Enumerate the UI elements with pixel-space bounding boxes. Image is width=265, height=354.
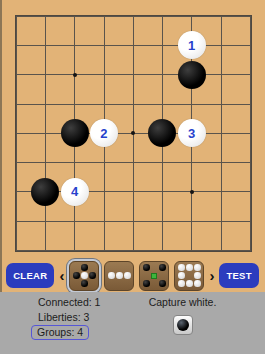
intersection[interactable] (89, 1, 118, 30)
intersection[interactable] (148, 60, 177, 89)
test-button[interactable]: TEST (219, 263, 258, 288)
intersection[interactable] (31, 1, 60, 30)
intersection[interactable] (118, 177, 147, 206)
white-stone-icon (194, 272, 201, 279)
intersection[interactable] (60, 89, 89, 118)
white-stone-icon (194, 264, 201, 271)
intersection[interactable] (177, 177, 206, 206)
intersection[interactable] (31, 118, 60, 147)
white-stone-1[interactable]: 1 (178, 31, 206, 59)
white-stone-icon (81, 272, 88, 279)
intersection[interactable]: 2 (89, 118, 118, 147)
intersection[interactable] (118, 1, 147, 30)
white-stone-icon (124, 272, 131, 279)
black-stone-icon (143, 280, 150, 287)
black-stone[interactable] (178, 61, 206, 89)
preset-white-ring[interactable] (174, 261, 204, 291)
intersection[interactable] (31, 89, 60, 118)
preset-white-surrounded-by-black[interactable] (69, 261, 99, 291)
intersection[interactable] (148, 177, 177, 206)
clear-button[interactable]: CLEAR (6, 263, 54, 288)
intersection[interactable] (148, 206, 177, 235)
intersection[interactable] (60, 31, 89, 60)
white-stone-2[interactable]: 2 (90, 119, 118, 147)
intersection[interactable] (118, 148, 147, 177)
intersection[interactable] (235, 177, 264, 206)
white-stone-icon (186, 264, 193, 271)
intersection[interactable] (60, 60, 89, 89)
intersection[interactable]: 3 (177, 118, 206, 147)
intersection[interactable] (31, 31, 60, 60)
intersection[interactable] (235, 148, 264, 177)
intersection[interactable] (118, 89, 147, 118)
intersection[interactable] (206, 31, 235, 60)
app-screen: 1234 CLEAR ‹ › TEST Connected: 1 Liberti… (0, 0, 265, 354)
black-stone-icon (143, 264, 150, 271)
white-stone-icon (116, 272, 123, 279)
highlight-square-icon (151, 273, 157, 279)
intersection[interactable]: 1 (177, 31, 206, 60)
black-stone-icon (159, 264, 166, 271)
intersection[interactable] (177, 206, 206, 235)
intersection[interactable] (1, 118, 30, 147)
intersection[interactable] (118, 60, 147, 89)
preset-three-white-in-a-row[interactable] (104, 261, 134, 291)
intersection[interactable] (206, 206, 235, 235)
intersection[interactable] (206, 60, 235, 89)
board-intersections: 1234 (1, 1, 264, 264)
intersection[interactable] (89, 148, 118, 177)
intersection[interactable] (118, 118, 147, 147)
instruction-text: Capture white. (140, 296, 225, 308)
white-stone-icon (108, 272, 115, 279)
intersection[interactable] (89, 177, 118, 206)
intersection[interactable] (89, 206, 118, 235)
intersection[interactable] (235, 89, 264, 118)
intersection[interactable] (1, 206, 30, 235)
black-stone[interactable] (31, 178, 59, 206)
white-stone-4[interactable]: 4 (61, 178, 89, 206)
groups-stat: Groups: 4 (31, 325, 89, 340)
intersection[interactable] (177, 1, 206, 30)
intersection[interactable] (206, 177, 235, 206)
intersection[interactable] (1, 31, 30, 60)
intersection[interactable] (89, 31, 118, 60)
white-stone-icon (194, 280, 201, 287)
preset-black-corners-green-center[interactable] (139, 261, 169, 291)
liberties-stat: Liberties: 3 (38, 310, 100, 325)
intersection[interactable] (31, 206, 60, 235)
white-stone-icon (178, 264, 185, 271)
intersection[interactable] (31, 60, 60, 89)
white-stone-icon (178, 272, 185, 279)
stone-picker-button[interactable] (173, 315, 193, 335)
intersection[interactable] (206, 148, 235, 177)
intersection[interactable] (177, 60, 206, 89)
intersection[interactable] (148, 148, 177, 177)
task-block: Capture white. (140, 296, 225, 335)
intersection[interactable] (177, 148, 206, 177)
intersection[interactable] (118, 206, 147, 235)
intersection[interactable] (148, 89, 177, 118)
intersection[interactable] (118, 31, 147, 60)
intersection[interactable] (235, 31, 264, 60)
white-stone-icon (186, 280, 193, 287)
stats-block: Connected: 1 Liberties: 3 Groups: 4 (38, 295, 100, 340)
black-stone-icon (81, 264, 88, 271)
intersection[interactable] (89, 60, 118, 89)
intersection[interactable] (235, 206, 264, 235)
intersection[interactable] (206, 118, 235, 147)
intersection[interactable] (31, 177, 60, 206)
intersection[interactable] (60, 118, 89, 147)
next-arrow-icon[interactable]: › (208, 268, 215, 283)
prev-arrow-icon[interactable]: ‹ (58, 268, 65, 283)
intersection[interactable] (1, 148, 30, 177)
intersection[interactable] (177, 89, 206, 118)
black-stone-icon (177, 319, 189, 331)
black-stone-icon (81, 280, 88, 287)
preset-list (69, 261, 204, 291)
white-stone-3[interactable]: 3 (178, 119, 206, 147)
intersection[interactable] (60, 206, 89, 235)
intersection[interactable]: 4 (60, 177, 89, 206)
intersection[interactable] (235, 1, 264, 30)
intersection[interactable] (1, 177, 30, 206)
intersection[interactable] (31, 148, 60, 177)
status-panel: Connected: 1 Liberties: 3 Groups: 4 Capt… (0, 292, 265, 354)
black-stone-icon (89, 272, 96, 279)
black-stone[interactable] (148, 119, 176, 147)
intersection[interactable] (1, 89, 30, 118)
intersection[interactable] (148, 1, 177, 30)
black-stone[interactable] (61, 119, 89, 147)
black-stone-icon (73, 272, 80, 279)
intersection[interactable] (89, 89, 118, 118)
intersection[interactable] (1, 60, 30, 89)
intersection[interactable] (148, 31, 177, 60)
intersection[interactable] (60, 148, 89, 177)
connected-stat: Connected: 1 (38, 295, 100, 310)
intersection[interactable] (148, 118, 177, 147)
intersection[interactable] (235, 60, 264, 89)
white-stone-icon (178, 280, 185, 287)
intersection[interactable] (235, 118, 264, 147)
intersection[interactable] (1, 1, 30, 30)
toolbar: CLEAR ‹ › TEST (0, 258, 265, 293)
intersection[interactable] (206, 89, 235, 118)
intersection[interactable] (206, 1, 235, 30)
intersection[interactable] (60, 1, 89, 30)
black-stone-icon (159, 280, 166, 287)
